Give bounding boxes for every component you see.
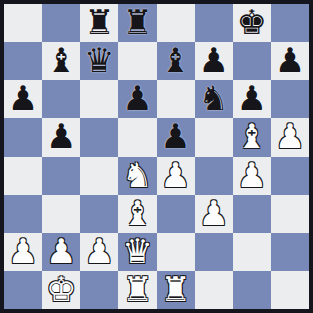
- square-b1[interactable]: ♚: [42, 271, 80, 309]
- white-knight-piece[interactable]: ♞: [122, 158, 152, 192]
- square-a8[interactable]: [4, 4, 42, 42]
- black-pawn-piece[interactable]: ♟: [8, 81, 38, 115]
- square-h1[interactable]: [271, 271, 309, 309]
- square-f2[interactable]: [195, 233, 233, 271]
- square-f1[interactable]: [195, 271, 233, 309]
- white-bishop-piece[interactable]: ♝: [237, 119, 267, 153]
- square-b8[interactable]: [42, 4, 80, 42]
- square-e3[interactable]: [157, 195, 195, 233]
- square-g7[interactable]: [233, 42, 271, 80]
- white-pawn-piece[interactable]: ♟: [160, 158, 190, 192]
- square-b6[interactable]: [42, 80, 80, 118]
- black-pawn-piece[interactable]: ♟: [46, 119, 76, 153]
- square-d5[interactable]: [118, 118, 156, 156]
- square-d2[interactable]: ♛: [118, 233, 156, 271]
- square-a3[interactable]: [4, 195, 42, 233]
- square-e1[interactable]: ♜: [157, 271, 195, 309]
- black-rook-piece[interactable]: ♜: [84, 5, 114, 39]
- square-h5[interactable]: ♟: [271, 118, 309, 156]
- white-king-piece[interactable]: ♚: [46, 272, 76, 306]
- square-h4[interactable]: [271, 157, 309, 195]
- square-e4[interactable]: ♟: [157, 157, 195, 195]
- square-f7[interactable]: ♟: [195, 42, 233, 80]
- white-pawn-piece[interactable]: ♟: [8, 234, 38, 268]
- square-a6[interactable]: ♟: [4, 80, 42, 118]
- square-a2[interactable]: ♟: [4, 233, 42, 271]
- square-f3[interactable]: ♟: [195, 195, 233, 233]
- white-rook-piece[interactable]: ♜: [160, 272, 190, 306]
- square-e7[interactable]: ♝: [157, 42, 195, 80]
- square-g6[interactable]: ♟: [233, 80, 271, 118]
- square-h3[interactable]: [271, 195, 309, 233]
- white-pawn-piece[interactable]: ♟: [198, 196, 228, 230]
- black-pawn-piece[interactable]: ♟: [237, 81, 267, 115]
- square-g8[interactable]: ♚: [233, 4, 271, 42]
- square-g5[interactable]: ♝: [233, 118, 271, 156]
- square-b4[interactable]: [42, 157, 80, 195]
- black-pawn-piece[interactable]: ♟: [275, 43, 305, 77]
- square-b3[interactable]: [42, 195, 80, 233]
- square-d4[interactable]: ♞: [118, 157, 156, 195]
- white-pawn-piece[interactable]: ♟: [237, 158, 267, 192]
- white-bishop-piece[interactable]: ♝: [122, 196, 152, 230]
- black-bishop-piece[interactable]: ♝: [46, 43, 76, 77]
- black-bishop-piece[interactable]: ♝: [160, 43, 190, 77]
- square-h6[interactable]: [271, 80, 309, 118]
- chess-board: ♜♜♚♝♛♝♟♟♟♟♞♟♟♟♝♟♞♟♟♝♟♟♟♟♛♚♜♜: [4, 4, 309, 309]
- white-rook-piece[interactable]: ♜: [122, 272, 152, 306]
- black-pawn-piece[interactable]: ♟: [198, 43, 228, 77]
- square-c3[interactable]: [80, 195, 118, 233]
- black-knight-piece[interactable]: ♞: [198, 81, 228, 115]
- square-d7[interactable]: [118, 42, 156, 80]
- square-h2[interactable]: [271, 233, 309, 271]
- black-king-piece[interactable]: ♚: [237, 5, 267, 39]
- square-c4[interactable]: [80, 157, 118, 195]
- square-c2[interactable]: ♟: [80, 233, 118, 271]
- square-e8[interactable]: [157, 4, 195, 42]
- square-e6[interactable]: [157, 80, 195, 118]
- square-c5[interactable]: [80, 118, 118, 156]
- black-rook-piece[interactable]: ♜: [122, 5, 152, 39]
- square-c8[interactable]: ♜: [80, 4, 118, 42]
- square-d1[interactable]: ♜: [118, 271, 156, 309]
- black-pawn-piece[interactable]: ♟: [160, 119, 190, 153]
- black-pawn-piece[interactable]: ♟: [122, 81, 152, 115]
- square-b7[interactable]: ♝: [42, 42, 80, 80]
- square-h8[interactable]: [271, 4, 309, 42]
- square-a4[interactable]: [4, 157, 42, 195]
- square-b5[interactable]: ♟: [42, 118, 80, 156]
- square-g4[interactable]: ♟: [233, 157, 271, 195]
- square-f8[interactable]: [195, 4, 233, 42]
- square-g2[interactable]: [233, 233, 271, 271]
- board-frame: ♜♜♚♝♛♝♟♟♟♟♞♟♟♟♝♟♞♟♟♝♟♟♟♟♛♚♜♜: [0, 0, 313, 313]
- square-c6[interactable]: [80, 80, 118, 118]
- black-queen-piece[interactable]: ♛: [84, 43, 114, 77]
- square-d3[interactable]: ♝: [118, 195, 156, 233]
- square-c1[interactable]: [80, 271, 118, 309]
- square-f4[interactable]: [195, 157, 233, 195]
- white-queen-piece[interactable]: ♛: [122, 234, 152, 268]
- square-a1[interactable]: [4, 271, 42, 309]
- white-pawn-piece[interactable]: ♟: [46, 234, 76, 268]
- square-e2[interactable]: [157, 233, 195, 271]
- square-g3[interactable]: [233, 195, 271, 233]
- square-f5[interactable]: [195, 118, 233, 156]
- square-d8[interactable]: ♜: [118, 4, 156, 42]
- square-c7[interactable]: ♛: [80, 42, 118, 80]
- square-a5[interactable]: [4, 118, 42, 156]
- square-a7[interactable]: [4, 42, 42, 80]
- square-e5[interactable]: ♟: [157, 118, 195, 156]
- square-h7[interactable]: ♟: [271, 42, 309, 80]
- square-g1[interactable]: [233, 271, 271, 309]
- square-d6[interactable]: ♟: [118, 80, 156, 118]
- square-f6[interactable]: ♞: [195, 80, 233, 118]
- square-b2[interactable]: ♟: [42, 233, 80, 271]
- white-pawn-piece[interactable]: ♟: [84, 234, 114, 268]
- white-pawn-piece[interactable]: ♟: [275, 119, 305, 153]
